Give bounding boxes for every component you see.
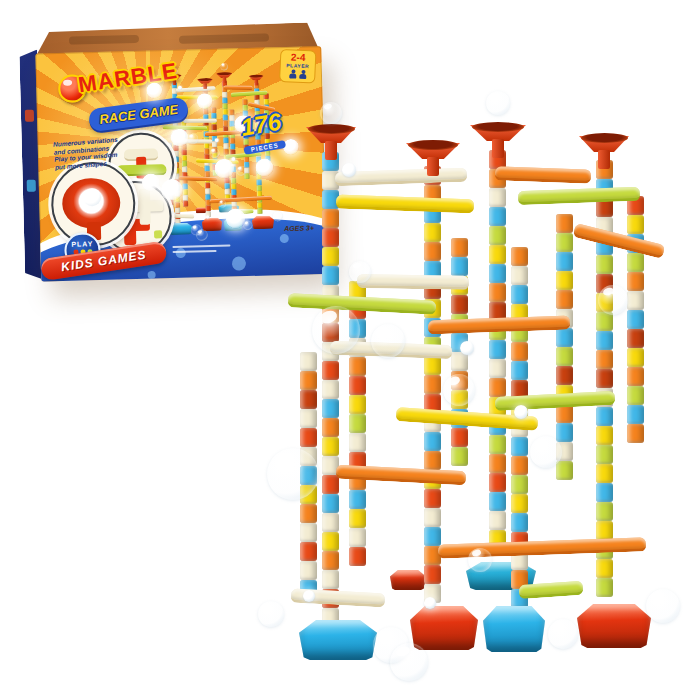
marble-track [573,223,666,259]
column-segment [489,359,506,378]
box-front-panel: MARBLE RACE GAME 2-4 PLAYER 176 PIECES N… [35,46,327,281]
column-segment [596,407,613,426]
funnel-mouth [308,124,355,134]
column-segment [300,371,317,390]
column-segment [596,255,613,274]
marble-track [519,581,584,599]
column-segment [556,252,573,271]
column-segment [596,464,613,483]
side-print [27,180,36,192]
pyramid-base-red [390,570,426,590]
column-segment [322,418,339,437]
column-segment [300,561,317,580]
white-marble [206,215,210,219]
white-marble [460,341,474,355]
column-segment [349,395,366,414]
bubble [646,589,680,623]
column-segment [556,366,573,385]
pyramid-base-red [577,604,651,648]
bubble [390,643,428,681]
funnel-stem [492,139,504,158]
column-segment [627,272,644,291]
column-segment [424,223,441,242]
column-segment [300,428,317,447]
wave-dot [147,271,156,280]
funnel-stem [427,157,439,176]
column-segment [349,414,366,433]
column-segment [322,266,339,285]
column-segment [596,483,613,502]
column-segment [424,432,441,451]
product-photo: MARBLE RACE GAME 2-4 PLAYER 176 PIECES N… [0,0,700,700]
column-segment [596,426,613,445]
column-segment [300,542,317,561]
column-segment [300,409,317,428]
column-segment [349,376,366,395]
column-segment [596,369,613,388]
inset-block [154,230,162,238]
column-segment [489,226,506,245]
funnel [406,140,460,176]
column-segment [322,361,339,380]
funnel-stem [325,141,337,160]
funnel-stem [598,150,610,169]
funnel [579,133,629,169]
column-segment [489,378,506,397]
column-segment [627,348,644,367]
column-segment [627,215,644,234]
column-segment [424,375,441,394]
funnel [216,72,233,83]
column-segment [424,242,441,261]
column-segment [451,447,468,466]
bubble [312,306,360,354]
column-segment [322,551,339,570]
logo-subtitle: RACE GAME [98,102,179,127]
column-segment [489,264,506,283]
bubble [349,261,371,283]
column-segment [511,437,528,456]
column-segment [511,494,528,513]
column-segment [349,357,366,376]
bubble [548,619,578,649]
column-segment [556,214,573,233]
column-segment [596,445,613,464]
column-segment [511,456,528,475]
marble-track [428,316,570,335]
column-segment [322,228,339,247]
column-segment [489,340,506,359]
pyramid-base-blue [483,606,545,652]
column-segment [349,528,366,547]
funnel [306,124,356,160]
column-segment [322,380,339,399]
bubble [443,374,475,406]
column-segment [489,188,506,207]
column-segment [627,405,644,424]
column-segment [511,285,528,304]
bubble [486,91,510,115]
column-segment [489,511,506,530]
column-segment [511,342,528,361]
column-segment [556,423,573,442]
column-segment [596,521,613,540]
column-segment [489,473,506,492]
marble-track [518,187,640,205]
column-segment [489,245,506,264]
bubble [220,63,227,70]
column-segment [556,347,573,366]
wave-dot [175,248,186,259]
column-segment [257,208,262,214]
funnel [249,74,264,85]
column-segment [424,508,441,527]
bubble [267,448,319,500]
column-segment [627,310,644,329]
column-segment [322,209,339,228]
column-segment [596,331,613,350]
bubble [530,436,562,468]
column-segment [489,435,506,454]
flap-print [179,33,269,43]
funnel-stem [223,77,227,83]
features-text: Numerous variations and combinations Pla… [53,136,120,171]
column-segment [451,428,468,447]
flap-print [69,35,139,45]
column-segment [489,283,506,302]
marble-track [495,166,591,183]
column-segment [451,295,468,314]
column-segment [627,367,644,386]
column-segment [596,578,613,597]
ages-label: AGES 3+ [284,224,314,232]
column-segment [627,424,644,443]
bubble [196,229,208,241]
pyramid-base-red [252,216,275,230]
column-segment [349,547,366,566]
funnel-mouth [581,133,628,143]
column-segment [511,475,528,494]
white-marble [424,597,436,609]
column-segment [596,502,613,521]
retail-box: MARBLE RACE GAME 2-4 PLAYER 176 PIECES N… [19,22,328,286]
column-segment [511,513,528,532]
column-segment [556,290,573,309]
pyramid-base-red [410,606,478,650]
players-badge: 2-4 PLAYER [279,49,316,84]
column-segment [322,247,339,266]
column-segment [322,475,339,494]
bubble [371,324,405,358]
column-segment [511,247,528,266]
white-marble [514,405,528,419]
column-segment [596,350,613,369]
column-segment [451,257,468,276]
bubble [468,548,492,572]
column-segment [322,494,339,513]
pyramid-base-blue [299,620,377,660]
column-segment [627,329,644,348]
column-segment [556,328,573,347]
column-segment [489,454,506,473]
column-segment [322,532,339,551]
marble-track [224,86,253,90]
column-segment [349,490,366,509]
column-segment [300,352,317,371]
column-segment [322,513,339,532]
side-print [25,110,34,122]
column-segment [300,523,317,542]
column-segment [596,559,613,578]
column-segment [322,437,339,456]
column-segment [627,253,644,272]
marble-track [231,91,268,97]
column-segment [489,207,506,226]
player-figures-icon [280,69,314,79]
column-segment [511,361,528,380]
wave-dot [231,256,246,271]
column-segment [489,492,506,511]
funnel-mouth [472,122,525,132]
column-segment [300,390,317,409]
column-segment [556,233,573,252]
bubble [210,148,220,158]
column-segment [322,570,339,589]
bubble [598,285,628,315]
column-segment [424,489,441,508]
column-segment [556,271,573,290]
bubble [272,211,282,221]
white-marble [215,138,219,142]
column-segment [511,266,528,285]
play-label: PLAY [66,240,98,248]
funnel-mouth [408,140,459,150]
column-segment [349,433,366,452]
column-segment [424,565,441,584]
column-segment [627,291,644,310]
column-segment [424,356,441,375]
funnel-stem [254,80,258,86]
pieces-badge: 176 PIECES [238,110,286,156]
white-marble [342,163,356,177]
logo-cloud: RACE GAME [88,96,190,132]
bubble [258,601,284,627]
white-marble [231,157,235,161]
column-segment [424,451,441,470]
funnel [470,122,526,158]
column-segment [627,386,644,405]
column-segment [322,399,339,418]
white-marble [303,590,315,602]
logo-title: MARBLE [77,58,180,99]
bubble [320,102,342,124]
column-segment [244,173,249,179]
column-segment [183,201,188,207]
column-segment [300,504,317,523]
column-segment [451,238,468,257]
column-segment [424,527,441,546]
marble-track [336,195,474,214]
column-segment [349,509,366,528]
column-segment [556,461,573,480]
marble-track [357,274,469,290]
pyramid-base-blue [169,223,193,236]
